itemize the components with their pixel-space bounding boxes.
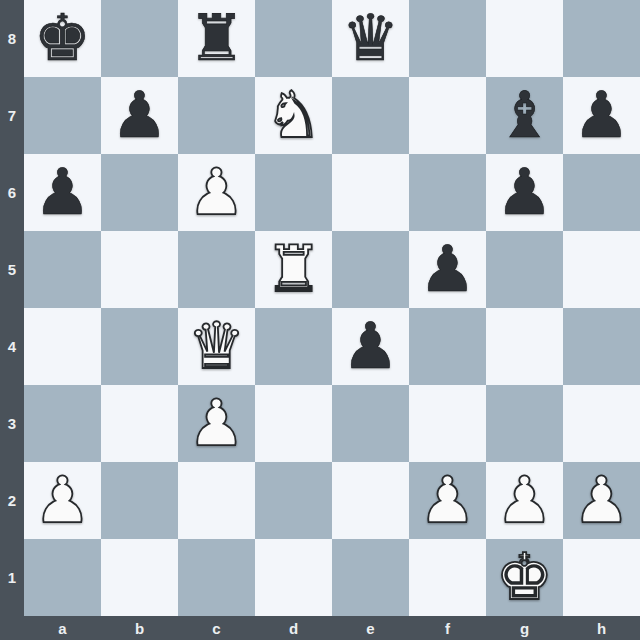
board-corner [0,616,24,640]
square-f7[interactable] [409,77,486,154]
square-g4[interactable] [486,308,563,385]
rank-label-7: 7 [0,77,24,154]
square-h8[interactable] [563,0,640,77]
piece-white-rook[interactable]: ♜ [265,231,322,308]
square-g8[interactable] [486,0,563,77]
file-label-f: f [409,616,486,640]
rank-label-8: 8 [0,0,24,77]
square-b2[interactable] [101,462,178,539]
square-b5[interactable] [101,231,178,308]
square-h1[interactable] [563,539,640,616]
square-a7[interactable] [24,77,101,154]
square-b7[interactable]: ♟ [101,77,178,154]
piece-black-bishop[interactable]: ♝ [496,77,553,154]
rank-label-4: 4 [0,308,24,385]
square-a3[interactable] [24,385,101,462]
file-label-h: h [563,616,640,640]
square-h4[interactable] [563,308,640,385]
square-e4[interactable]: ♟ [332,308,409,385]
square-d2[interactable] [255,462,332,539]
square-g3[interactable] [486,385,563,462]
square-d3[interactable] [255,385,332,462]
rank-label-6: 6 [0,154,24,231]
square-c7[interactable] [178,77,255,154]
square-c1[interactable] [178,539,255,616]
rank-label-1: 1 [0,539,24,616]
file-label-g: g [486,616,563,640]
square-f2[interactable]: ♟ [409,462,486,539]
piece-black-pawn[interactable]: ♟ [111,77,168,154]
square-b1[interactable] [101,539,178,616]
square-h7[interactable]: ♟ [563,77,640,154]
square-d4[interactable] [255,308,332,385]
file-label-a: a [24,616,101,640]
square-b3[interactable] [101,385,178,462]
rank-label-5: 5 [0,231,24,308]
piece-black-rook[interactable]: ♜ [188,0,245,77]
square-f5[interactable]: ♟ [409,231,486,308]
square-d5[interactable]: ♜ [255,231,332,308]
square-e6[interactable] [332,154,409,231]
square-f8[interactable] [409,0,486,77]
piece-black-pawn[interactable]: ♟ [496,154,553,231]
square-g6[interactable]: ♟ [486,154,563,231]
piece-white-knight[interactable]: ♞ [265,77,322,154]
square-g5[interactable] [486,231,563,308]
square-c2[interactable] [178,462,255,539]
square-a8[interactable]: ♚ [24,0,101,77]
square-c8[interactable]: ♜ [178,0,255,77]
square-g2[interactable]: ♟ [486,462,563,539]
piece-white-pawn[interactable]: ♟ [496,462,553,539]
square-f4[interactable] [409,308,486,385]
file-label-d: d [255,616,332,640]
piece-white-pawn[interactable]: ♟ [573,462,630,539]
square-h5[interactable] [563,231,640,308]
square-b4[interactable] [101,308,178,385]
piece-black-pawn[interactable]: ♟ [34,154,91,231]
square-h6[interactable] [563,154,640,231]
square-h2[interactable]: ♟ [563,462,640,539]
square-e5[interactable] [332,231,409,308]
square-a6[interactable]: ♟ [24,154,101,231]
square-h3[interactable] [563,385,640,462]
file-label-e: e [332,616,409,640]
rank-label-3: 3 [0,385,24,462]
square-e3[interactable] [332,385,409,462]
square-b6[interactable] [101,154,178,231]
file-label-b: b [101,616,178,640]
square-e7[interactable] [332,77,409,154]
square-a2[interactable]: ♟ [24,462,101,539]
piece-black-king[interactable]: ♚ [34,0,91,77]
square-e2[interactable] [332,462,409,539]
piece-white-pawn[interactable]: ♟ [34,462,91,539]
piece-black-pawn[interactable]: ♟ [573,77,630,154]
square-a5[interactable] [24,231,101,308]
square-c6[interactable]: ♟ [178,154,255,231]
square-f3[interactable] [409,385,486,462]
piece-white-queen[interactable]: ♛ [188,308,245,385]
piece-white-pawn[interactable]: ♟ [188,154,245,231]
square-g1[interactable]: ♚ [486,539,563,616]
square-b8[interactable] [101,0,178,77]
file-label-c: c [178,616,255,640]
square-d8[interactable] [255,0,332,77]
chess-board: 8♚♜♛7♟♞♝♟6♟♟♟5♜♟4♛♟3♟2♟♟♟♟1♚abcdefgh [0,0,640,640]
square-d7[interactable]: ♞ [255,77,332,154]
square-a4[interactable] [24,308,101,385]
rank-label-2: 2 [0,462,24,539]
piece-white-pawn[interactable]: ♟ [188,385,245,462]
piece-white-pawn[interactable]: ♟ [419,462,476,539]
square-c5[interactable] [178,231,255,308]
square-c3[interactable]: ♟ [178,385,255,462]
square-e1[interactable] [332,539,409,616]
square-g7[interactable]: ♝ [486,77,563,154]
piece-black-queen[interactable]: ♛ [342,0,399,77]
square-d6[interactable] [255,154,332,231]
square-e8[interactable]: ♛ [332,0,409,77]
square-f1[interactable] [409,539,486,616]
square-d1[interactable] [255,539,332,616]
piece-black-pawn[interactable]: ♟ [419,231,476,308]
square-a1[interactable] [24,539,101,616]
square-f6[interactable] [409,154,486,231]
piece-white-king[interactable]: ♚ [496,539,553,616]
piece-black-pawn[interactable]: ♟ [342,308,399,385]
square-c4[interactable]: ♛ [178,308,255,385]
